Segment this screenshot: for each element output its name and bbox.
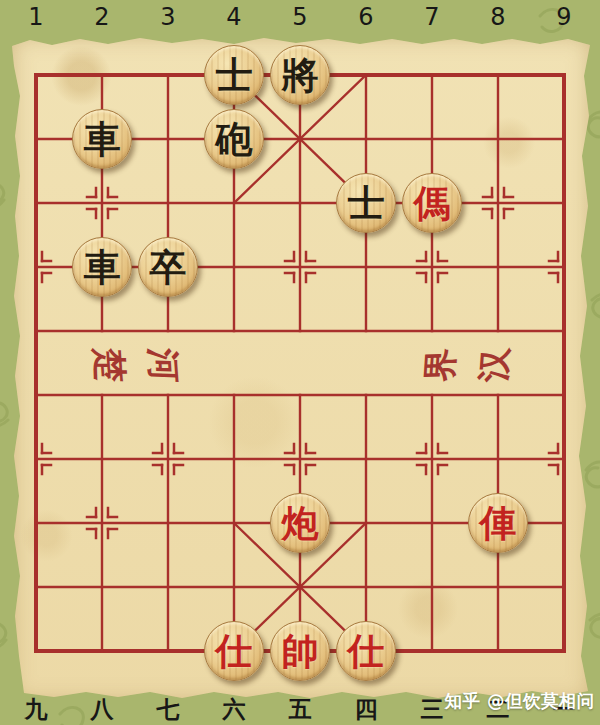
file-label-top-9: 9 xyxy=(531,2,597,32)
piece-red-advisor[interactable]: 仕 xyxy=(336,621,396,681)
file-label-bottom-2: 八 xyxy=(69,696,135,723)
file-label-top-7: 7 xyxy=(399,2,465,32)
file-label-top-3: 3 xyxy=(135,2,201,32)
piece-black-advisor[interactable]: 士 xyxy=(336,173,396,233)
piece-black-cannon[interactable]: 砲 xyxy=(204,109,264,169)
piece-red-cannon[interactable]: 炮 xyxy=(270,493,330,553)
board: 士將車砲士傌車卒炮俥仕帥仕 xyxy=(3,43,597,683)
file-label-bottom-9: 一 xyxy=(531,696,597,723)
file-label-top-1: 1 xyxy=(3,2,69,32)
piece-red-advisor[interactable]: 仕 xyxy=(204,621,264,681)
file-label-bottom-5: 五 xyxy=(267,696,333,723)
xiangqi-screenshot: 123456789 楚河 界汉 士將車砲士傌車卒炮俥仕帥仕 九八七六五四三二一 … xyxy=(0,0,600,725)
piece-black-soldier[interactable]: 卒 xyxy=(138,237,198,297)
file-label-bottom-3: 七 xyxy=(135,696,201,723)
piece-black-chariot[interactable]: 車 xyxy=(72,237,132,297)
piece-red-horse[interactable]: 傌 xyxy=(402,173,462,233)
piece-red-general[interactable]: 帥 xyxy=(270,621,330,681)
file-label-bottom-8: 二 xyxy=(465,696,531,723)
file-label-bottom-6: 四 xyxy=(333,696,399,723)
piece-black-general[interactable]: 將 xyxy=(270,45,330,105)
file-label-bottom-1: 九 xyxy=(3,696,69,723)
bottom-file-labels: 九八七六五四三二一 xyxy=(3,696,597,723)
file-label-bottom-7: 三 xyxy=(399,696,465,723)
file-label-top-2: 2 xyxy=(69,2,135,32)
file-label-top-8: 8 xyxy=(465,2,531,32)
file-label-bottom-4: 六 xyxy=(201,696,267,723)
file-label-top-5: 5 xyxy=(267,2,333,32)
piece-black-advisor[interactable]: 士 xyxy=(204,45,264,105)
file-label-top-4: 4 xyxy=(201,2,267,32)
piece-black-chariot[interactable]: 車 xyxy=(72,109,132,169)
top-file-labels: 123456789 xyxy=(3,2,597,32)
file-label-top-6: 6 xyxy=(333,2,399,32)
piece-red-chariot[interactable]: 俥 xyxy=(468,493,528,553)
